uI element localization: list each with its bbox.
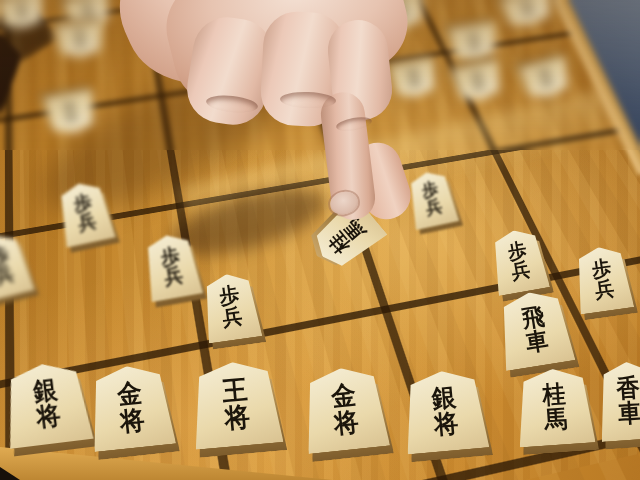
piece-face: 王将 bbox=[189, 358, 284, 449]
blurred-kanji-smudge bbox=[533, 66, 559, 90]
piece-lance-right[interactable]: 香車 bbox=[599, 362, 640, 440]
piece-blurred-far-4[interactable] bbox=[46, 93, 96, 133]
piece-silver-left[interactable]: 銀将 bbox=[5, 364, 89, 444]
piece-kanji: 兵 bbox=[510, 259, 532, 282]
piece-face: 金将 bbox=[300, 364, 390, 454]
piece-kanji: 兵 bbox=[593, 278, 615, 301]
piece-face: 歩兵 bbox=[572, 244, 634, 315]
piece-kanji: 馬 bbox=[544, 406, 568, 432]
piece-blurred-far-10[interactable] bbox=[522, 61, 570, 97]
piece-gold-left[interactable]: 金将 bbox=[90, 366, 172, 448]
piece-kanji: 兵 bbox=[424, 197, 443, 217]
piece-kanji: 兵 bbox=[163, 264, 185, 287]
piece-blurred-far-6[interactable] bbox=[503, 0, 553, 25]
piece-kanji: 兵 bbox=[0, 264, 16, 288]
piece-face: 銀将 bbox=[0, 359, 93, 449]
piece-face bbox=[0, 0, 47, 31]
piece-kanji: 車 bbox=[617, 400, 640, 427]
piece-face: 歩兵 bbox=[141, 230, 203, 301]
piece-face: 銀将 bbox=[401, 368, 490, 455]
piece-face bbox=[55, 21, 106, 59]
piece-knight-right[interactable]: 桂馬 bbox=[517, 369, 593, 445]
piece-kanji: 将 bbox=[433, 410, 459, 438]
piece-face: 飛車 bbox=[495, 287, 576, 371]
piece-kanji: 兵 bbox=[76, 211, 98, 234]
piece-pawn-7[interactable]: 歩兵 bbox=[576, 247, 630, 311]
piece-rook[interactable]: 飛車 bbox=[500, 292, 570, 366]
piece-blurred-far-8[interactable] bbox=[391, 61, 437, 97]
piece-face bbox=[43, 89, 99, 137]
piece-face: 歩兵 bbox=[54, 178, 115, 247]
piece-face: 歩兵 bbox=[488, 226, 550, 296]
piece-blurred-far-7[interactable] bbox=[450, 25, 498, 61]
blurred-kanji-smudge bbox=[514, 0, 541, 19]
piece-kanji: 将 bbox=[35, 402, 62, 431]
piece-kanji: 将 bbox=[333, 407, 360, 436]
piece-silver-right[interactable]: 銀将 bbox=[404, 371, 486, 451]
piece-pawn-6[interactable]: 歩兵 bbox=[493, 230, 545, 292]
piece-blurred-far-1[interactable] bbox=[0, 0, 45, 28]
piece-kanji: 将 bbox=[223, 403, 250, 432]
piece-face: 歩兵 bbox=[405, 168, 459, 230]
blurred-kanji-smudge bbox=[68, 28, 92, 48]
blurred-kanji-smudge bbox=[462, 30, 487, 52]
piece-kanji: 将 bbox=[119, 405, 146, 434]
piece-kanji: 兵 bbox=[221, 306, 244, 330]
board-photo: 歩兵歩兵歩兵歩兵歩兵歩兵歩兵飛車桂馬銀将金将王将金将銀将桂馬香車 bbox=[0, 0, 640, 480]
piece-face: 香車 bbox=[596, 360, 640, 442]
blurred-kanji-smudge bbox=[10, 1, 33, 21]
piece-pawn-1[interactable]: 歩兵 bbox=[0, 235, 28, 297]
piece-pawn-2[interactable]: 歩兵 bbox=[60, 183, 110, 243]
piece-pawn-3[interactable]: 歩兵 bbox=[146, 235, 198, 298]
piece-pawn-4[interactable]: 歩兵 bbox=[204, 274, 258, 340]
piece-king[interactable]: 王将 bbox=[192, 362, 280, 446]
piece-blurred-far-9[interactable] bbox=[454, 64, 502, 100]
piece-face: 歩兵 bbox=[200, 271, 263, 344]
piece-pawn-5[interactable]: 歩兵 bbox=[410, 172, 454, 226]
piece-kanji: 車 bbox=[524, 327, 550, 354]
blurred-kanji-smudge bbox=[58, 99, 84, 124]
piece-face: 金将 bbox=[86, 362, 176, 452]
piece-gold-right[interactable]: 金将 bbox=[304, 368, 386, 450]
blurred-kanji-smudge bbox=[402, 66, 426, 89]
blurred-kanji-smudge bbox=[465, 69, 491, 93]
piece-face: 桂馬 bbox=[514, 366, 595, 447]
piece-blurred-far-3[interactable] bbox=[56, 23, 104, 57]
